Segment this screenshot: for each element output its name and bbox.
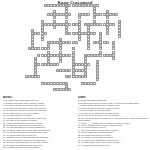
down-clues-column: Down 2. a kpop comeback means this3. gir… [78,96,150,150]
clue-number: 24 [38,55,39,56]
grid-cell [106,41,109,44]
clue-number: 23 [73,48,74,49]
grid-cell [93,32,96,35]
clue-number: 4 [54,11,55,12]
clue-number: 10 [119,21,120,22]
clue-number: 7 [79,14,80,15]
grid-cell [68,13,71,16]
grid-cell [96,4,99,7]
clue-number: 20 [94,42,95,43]
crossword-grid: 1234567891011121314151617181920212223242… [25,4,125,92]
clue-number: 21 [113,42,114,43]
clue-number: 12 [85,24,86,25]
clue-number: 22 [29,48,30,49]
across-clue: 36. the fandom name of the group Stray K… [3,149,77,150]
grid-cell [44,32,47,35]
grid-cell [106,32,109,35]
grid-cell [59,60,62,63]
grid-cell [93,82,96,85]
clue-number: 29 [73,64,74,65]
clue-number: 3 [94,5,95,6]
grid-cell [37,75,40,78]
clue-number: 27 [97,61,98,62]
grid-cell [53,26,56,29]
clue-number: 2 [66,5,67,6]
clue-number: 8 [94,14,95,15]
down-heading: Down [78,96,150,99]
clue-number: 19 [48,42,49,43]
clue-number: 26 [35,58,36,59]
grid-cell [78,38,81,41]
grid-cell [87,47,90,50]
across-heading: Across [3,96,77,99]
clue-number: 25 [85,55,86,56]
clue-number: 35 [82,83,83,84]
clue-number: 9 [42,21,43,22]
clue-number: 17 [100,33,101,34]
clue-number: 15 [32,33,33,34]
down-clue-list: 2. a kpop comeback means this3. girl gro… [78,100,150,147]
grid-cell [112,57,115,60]
clue-number: 5 [107,11,108,12]
clue-number: 16 [66,33,67,34]
clue-number: 11 [42,24,43,25]
clue-number: 33 [42,83,43,84]
grid-cell [96,78,99,81]
clue-number: 14 [32,30,33,31]
crossword-worksheet: { "game": "crossword", "title": "Kpop Cr… [0,0,150,150]
clue-number: 18 [60,39,61,40]
grid-cell [112,23,115,26]
clue-number: 36 [54,89,55,90]
grid-cell [115,13,118,16]
clue-number: 30 [57,70,58,71]
clue-number: 31 [26,76,27,77]
grid-cell [118,35,121,38]
grid-cell [75,41,78,44]
grid-cell [41,38,44,41]
across-clues-column: Across 1. the most viewed kpop song of a… [3,96,77,150]
grid-cell [68,88,71,91]
clue-number: 34 [66,83,67,84]
grid-cell [84,75,87,78]
clue-number: 28 [35,64,36,65]
down-clue: 34. the korean word meaning "hello" [78,144,150,146]
clue-number: 1 [45,5,46,6]
clue-number: 6 [48,14,49,15]
grid-cell [56,63,59,66]
clue-number: 13 [88,24,89,25]
grid-cell [87,13,90,16]
clue-number: 32 [66,76,67,77]
across-clue-list: 1. the most viewed kpop song of all time… [3,100,77,150]
grid-cell [87,63,90,66]
